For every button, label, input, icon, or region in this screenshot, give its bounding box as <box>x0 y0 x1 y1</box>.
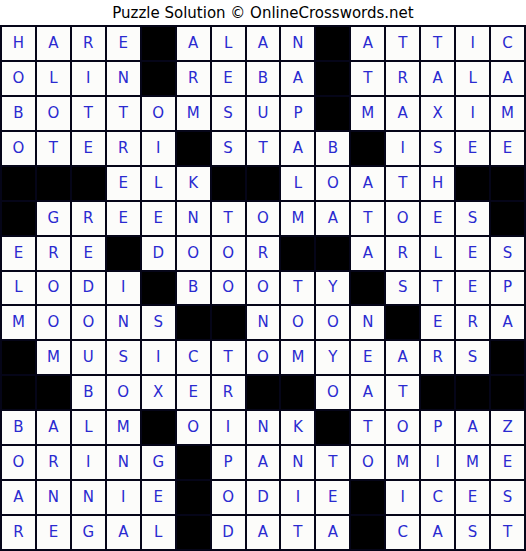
letter-cell: R <box>386 237 419 270</box>
letter-cell: T <box>107 97 140 130</box>
letter-cell: A <box>456 411 489 444</box>
letter-cell: R <box>72 27 105 60</box>
letter-cell: A <box>421 516 454 549</box>
letter-cell: B <box>247 62 280 95</box>
block-cell <box>351 516 384 549</box>
letter-cell: T <box>351 202 384 235</box>
block-cell <box>142 411 175 444</box>
letter-cell: R <box>421 341 454 374</box>
letter-cell: O <box>351 446 384 479</box>
letter-cell: N <box>247 306 280 339</box>
block-cell <box>2 376 35 409</box>
block-cell <box>212 306 245 339</box>
letter-cell: O <box>386 202 419 235</box>
letter-cell: X <box>421 97 454 130</box>
letter-cell: L <box>281 167 314 200</box>
letter-cell: D <box>72 272 105 305</box>
letter-cell: O <box>2 62 35 95</box>
letter-cell: E <box>491 132 524 165</box>
letter-cell: C <box>491 27 524 60</box>
letter-cell: R <box>386 62 419 95</box>
block-cell <box>37 167 70 200</box>
letter-cell: L <box>212 27 245 60</box>
letter-cell: P <box>421 411 454 444</box>
letter-cell: N <box>107 62 140 95</box>
letter-cell: O <box>212 272 245 305</box>
block-cell <box>386 306 419 339</box>
letter-cell: R <box>177 62 210 95</box>
letter-cell: T <box>386 376 419 409</box>
letter-cell: M <box>2 306 35 339</box>
letter-cell: T <box>316 446 349 479</box>
letter-cell: E <box>351 341 384 374</box>
letter-cell: P <box>212 446 245 479</box>
letter-cell: A <box>316 202 349 235</box>
letter-cell: O <box>316 167 349 200</box>
letter-cell: D <box>247 481 280 514</box>
letter-cell: R <box>72 202 105 235</box>
letter-cell: O <box>2 132 35 165</box>
letter-cell: E <box>456 132 489 165</box>
letter-cell: E <box>316 481 349 514</box>
letter-cell: T <box>247 132 280 165</box>
block-cell <box>247 376 280 409</box>
letter-cell: T <box>351 62 384 95</box>
letter-cell: R <box>37 237 70 270</box>
block-cell <box>421 376 454 409</box>
letter-cell: B <box>72 376 105 409</box>
letter-cell: M <box>386 446 419 479</box>
letter-cell: R <box>456 306 489 339</box>
block-cell <box>281 376 314 409</box>
letter-cell: R <box>212 376 245 409</box>
letter-cell: N <box>72 481 105 514</box>
block-cell <box>316 237 349 270</box>
letter-cell: I <box>72 446 105 479</box>
letter-cell: I <box>456 97 489 130</box>
letter-cell: E <box>142 202 175 235</box>
letter-cell: S <box>386 272 419 305</box>
block-cell <box>177 516 210 549</box>
letter-cell: S <box>142 306 175 339</box>
letter-cell: N <box>351 306 384 339</box>
block-cell <box>142 27 175 60</box>
block-cell <box>491 167 524 200</box>
block-cell <box>491 341 524 374</box>
block-cell <box>316 411 349 444</box>
letter-cell: G <box>72 516 105 549</box>
letter-cell: O <box>247 202 280 235</box>
letter-cell: E <box>72 132 105 165</box>
letter-cell: I <box>421 446 454 479</box>
letter-cell: T <box>421 272 454 305</box>
letter-cell: M <box>491 97 524 130</box>
letter-cell: R <box>37 446 70 479</box>
letter-cell: I <box>107 481 140 514</box>
letter-cell: M <box>281 341 314 374</box>
letter-cell: M <box>351 97 384 130</box>
letter-cell: E <box>107 27 140 60</box>
letter-cell: O <box>107 376 140 409</box>
letter-cell: T <box>212 341 245 374</box>
letter-cell: O <box>142 97 175 130</box>
letter-cell: B <box>177 272 210 305</box>
letter-cell: O <box>2 446 35 479</box>
letter-cell: A <box>386 97 419 130</box>
letter-cell: S <box>421 132 454 165</box>
letter-cell: E <box>72 237 105 270</box>
letter-cell: N <box>107 446 140 479</box>
letter-cell: N <box>247 411 280 444</box>
letter-cell: S <box>491 481 524 514</box>
letter-cell: E <box>142 481 175 514</box>
letter-cell: I <box>456 27 489 60</box>
letter-cell: P <box>491 272 524 305</box>
block-cell <box>37 376 70 409</box>
letter-cell: S <box>456 202 489 235</box>
block-cell <box>491 376 524 409</box>
block-cell <box>2 202 35 235</box>
letter-cell: H <box>2 27 35 60</box>
letter-cell: T <box>72 97 105 130</box>
puzzle-solution-page: Puzzle Solution © OnlineCrosswords.net H… <box>0 0 526 551</box>
letter-cell: X <box>142 376 175 409</box>
block-cell <box>456 376 489 409</box>
letter-cell: T <box>386 167 419 200</box>
block-cell <box>316 27 349 60</box>
letter-cell: A <box>107 516 140 549</box>
letter-cell: E <box>456 481 489 514</box>
letter-cell: I <box>386 481 419 514</box>
letter-cell: L <box>2 272 35 305</box>
letter-cell: I <box>142 341 175 374</box>
letter-cell: E <box>491 446 524 479</box>
letter-cell: T <box>351 411 384 444</box>
letter-cell: O <box>247 341 280 374</box>
letter-cell: O <box>386 411 419 444</box>
letter-cell: T <box>37 132 70 165</box>
block-cell <box>491 202 524 235</box>
letter-cell: D <box>142 237 175 270</box>
letter-cell: R <box>2 516 35 549</box>
block-cell <box>177 306 210 339</box>
letter-cell: A <box>351 27 384 60</box>
letter-cell: O <box>37 97 70 130</box>
block-cell <box>316 97 349 130</box>
block-cell <box>351 481 384 514</box>
letter-cell: S <box>107 341 140 374</box>
crossword-grid: HAREALANATTICOLINREBATRALABOTTOMSUPMAXIM… <box>0 25 526 551</box>
letter-cell: A <box>281 62 314 95</box>
letter-cell: B <box>2 411 35 444</box>
letter-cell: R <box>107 132 140 165</box>
letter-cell: T <box>386 27 419 60</box>
letter-cell: R <box>247 237 280 270</box>
letter-cell: E <box>177 376 210 409</box>
block-cell <box>456 167 489 200</box>
letter-cell: N <box>281 27 314 60</box>
letter-cell: I <box>72 62 105 95</box>
letter-cell: N <box>177 202 210 235</box>
letter-cell: O <box>72 306 105 339</box>
letter-cell: A <box>37 27 70 60</box>
block-cell <box>72 167 105 200</box>
letter-cell: L <box>456 62 489 95</box>
letter-cell: I <box>281 481 314 514</box>
block-cell <box>281 237 314 270</box>
letter-cell: T <box>421 27 454 60</box>
block-cell <box>107 237 140 270</box>
letter-cell: A <box>2 481 35 514</box>
letter-cell: A <box>177 27 210 60</box>
letter-cell: L <box>421 237 454 270</box>
letter-cell: E <box>421 202 454 235</box>
block-cell <box>351 272 384 305</box>
block-cell <box>142 62 175 95</box>
letter-cell: L <box>37 62 70 95</box>
letter-cell: L <box>142 516 175 549</box>
letter-cell: O <box>177 237 210 270</box>
letter-cell: E <box>456 272 489 305</box>
letter-cell: A <box>351 376 384 409</box>
letter-cell: A <box>351 167 384 200</box>
letter-cell: O <box>316 306 349 339</box>
block-cell <box>247 167 280 200</box>
letter-cell: T <box>212 202 245 235</box>
letter-cell: M <box>456 446 489 479</box>
letter-cell: S <box>456 341 489 374</box>
letter-cell: A <box>491 62 524 95</box>
letter-cell: A <box>351 237 384 270</box>
block-cell <box>177 132 210 165</box>
letter-cell: U <box>247 97 280 130</box>
letter-cell: M <box>281 202 314 235</box>
block-cell <box>212 167 245 200</box>
letter-cell: T <box>281 272 314 305</box>
letter-cell: O <box>212 481 245 514</box>
letter-cell: A <box>247 516 280 549</box>
letter-cell: I <box>212 411 245 444</box>
letter-cell: I <box>107 272 140 305</box>
letter-cell: K <box>281 411 314 444</box>
letter-cell: N <box>281 446 314 479</box>
letter-cell: A <box>37 411 70 444</box>
block-cell <box>316 62 349 95</box>
block-cell <box>351 132 384 165</box>
letter-cell: A <box>421 62 454 95</box>
block-cell <box>177 481 210 514</box>
letter-cell: D <box>212 516 245 549</box>
letter-cell: A <box>247 446 280 479</box>
letter-cell: L <box>72 411 105 444</box>
letter-cell: E <box>212 62 245 95</box>
block-cell <box>2 167 35 200</box>
letter-cell: E <box>421 306 454 339</box>
letter-cell: I <box>386 132 419 165</box>
letter-cell: N <box>107 306 140 339</box>
letter-cell: O <box>37 272 70 305</box>
letter-cell: O <box>247 272 280 305</box>
letter-cell: I <box>142 132 175 165</box>
letter-cell: A <box>491 306 524 339</box>
letter-cell: T <box>281 516 314 549</box>
letter-cell: G <box>142 446 175 479</box>
letter-cell: A <box>316 516 349 549</box>
letter-cell: G <box>37 202 70 235</box>
letter-cell: P <box>281 97 314 130</box>
letter-cell: E <box>2 237 35 270</box>
letter-cell: A <box>386 341 419 374</box>
block-cell <box>2 341 35 374</box>
letter-cell: E <box>107 202 140 235</box>
letter-cell: U <box>72 341 105 374</box>
letter-cell: S <box>212 132 245 165</box>
letter-cell: N <box>37 481 70 514</box>
letter-cell: L <box>142 167 175 200</box>
letter-cell: C <box>177 341 210 374</box>
letter-cell: C <box>421 481 454 514</box>
letter-cell: E <box>37 516 70 549</box>
letter-cell: M <box>37 341 70 374</box>
letter-cell: M <box>177 97 210 130</box>
letter-cell: B <box>316 132 349 165</box>
letter-cell: A <box>247 27 280 60</box>
letter-cell: S <box>212 97 245 130</box>
letter-cell: B <box>2 97 35 130</box>
letter-cell: Y <box>316 341 349 374</box>
letter-cell: E <box>456 237 489 270</box>
letter-cell: T <box>491 516 524 549</box>
letter-cell: O <box>281 306 314 339</box>
letter-cell: Z <box>491 411 524 444</box>
letter-cell: O <box>177 411 210 444</box>
letter-cell: K <box>177 167 210 200</box>
letter-cell: O <box>212 237 245 270</box>
letter-cell: M <box>107 411 140 444</box>
letter-cell: C <box>386 516 419 549</box>
letter-cell: O <box>316 376 349 409</box>
letter-cell: H <box>421 167 454 200</box>
letter-cell: Y <box>316 272 349 305</box>
letter-cell: A <box>281 132 314 165</box>
page-title: Puzzle Solution © OnlineCrosswords.net <box>0 0 526 25</box>
block-cell <box>142 272 175 305</box>
letter-cell: E <box>107 167 140 200</box>
letter-cell: S <box>491 237 524 270</box>
letter-cell: O <box>37 306 70 339</box>
letter-cell: S <box>456 516 489 549</box>
block-cell <box>177 446 210 479</box>
